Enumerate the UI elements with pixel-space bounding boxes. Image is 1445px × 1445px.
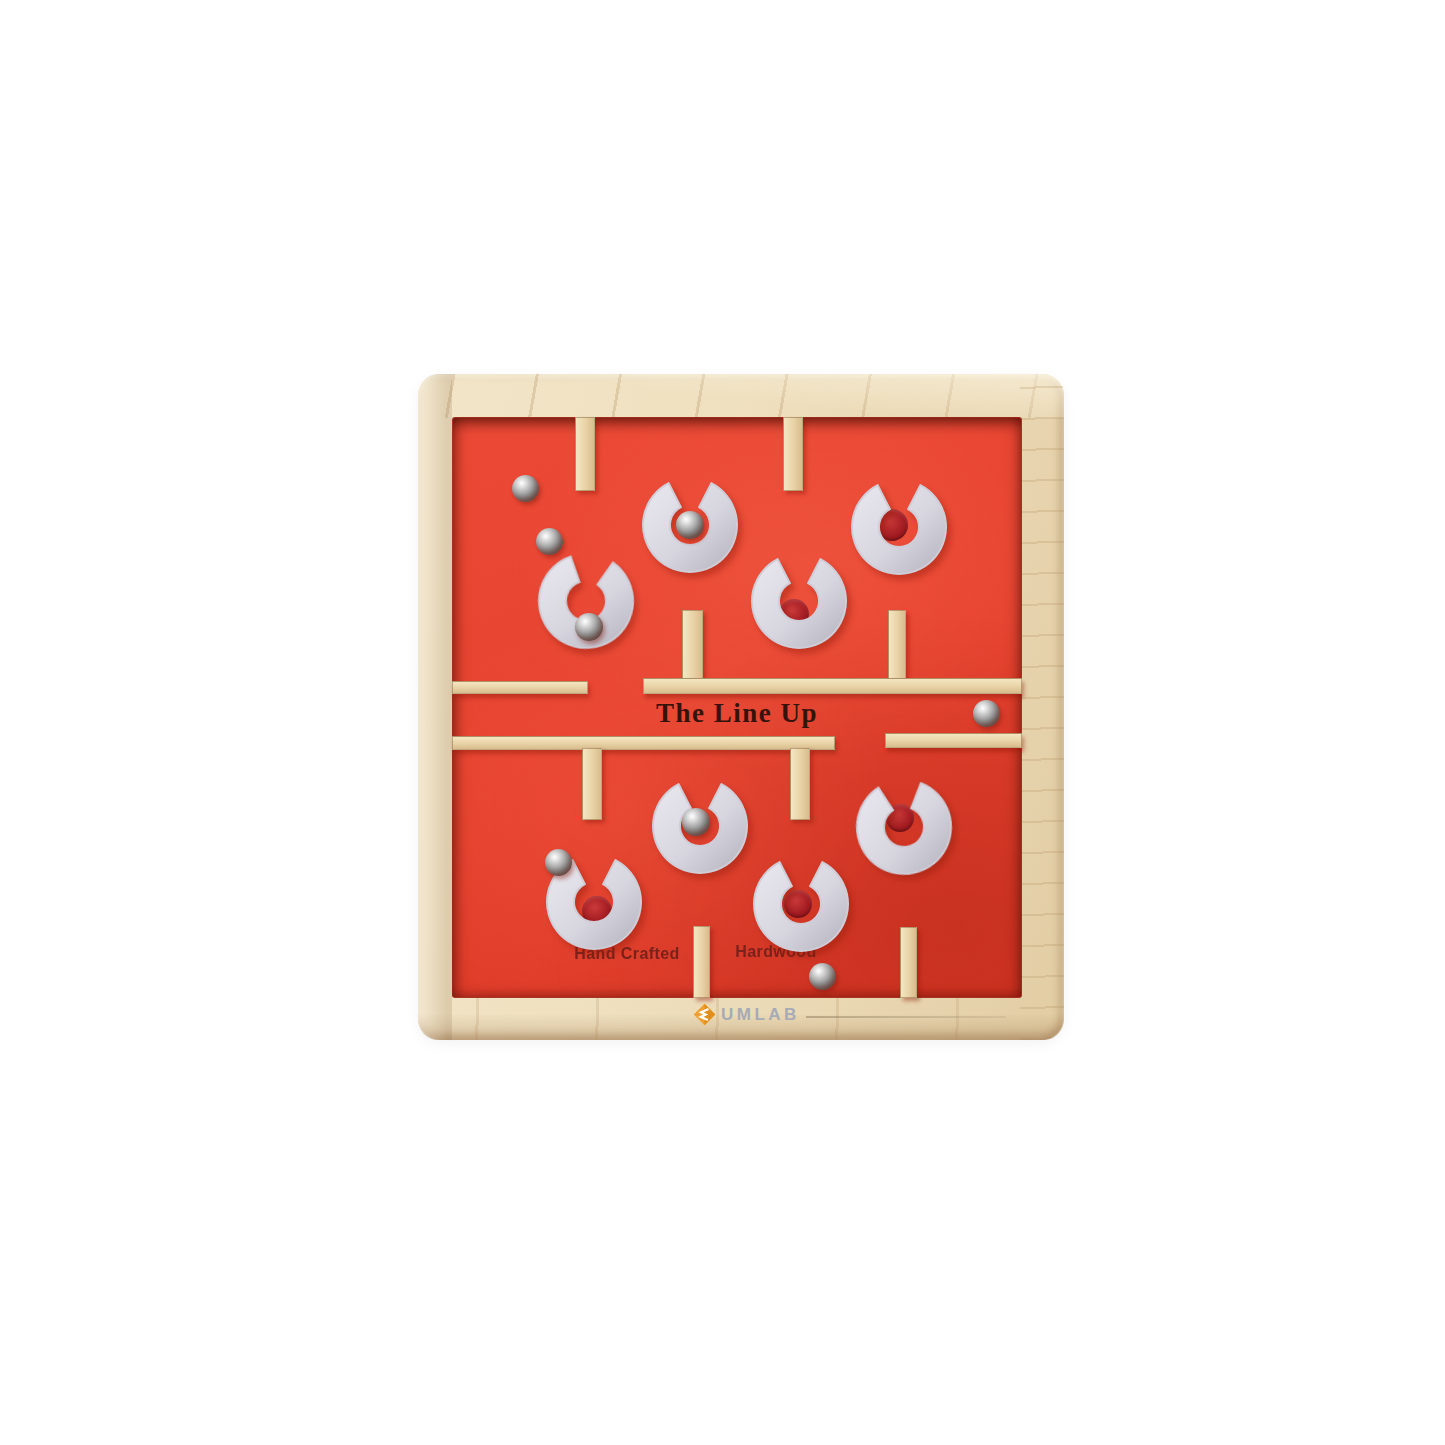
board-title: The Line Up	[656, 698, 818, 729]
frame-grain-left	[418, 374, 452, 1040]
wood-seam-line	[806, 1016, 1006, 1018]
product-photo-stage: The Line Up Hand Crafted Hardwood UMLAB	[0, 0, 1445, 1445]
caption-hardwood: Hardwood	[735, 943, 816, 961]
caption-hand-crafted: Hand Crafted	[574, 945, 679, 963]
watermark: UMLAB	[693, 1003, 800, 1026]
frame-grain-right	[1020, 374, 1064, 1040]
umlab-diamond-icon	[693, 1003, 716, 1026]
watermark-text: UMLAB	[721, 1005, 800, 1025]
frame-grain-top	[418, 374, 1064, 418]
